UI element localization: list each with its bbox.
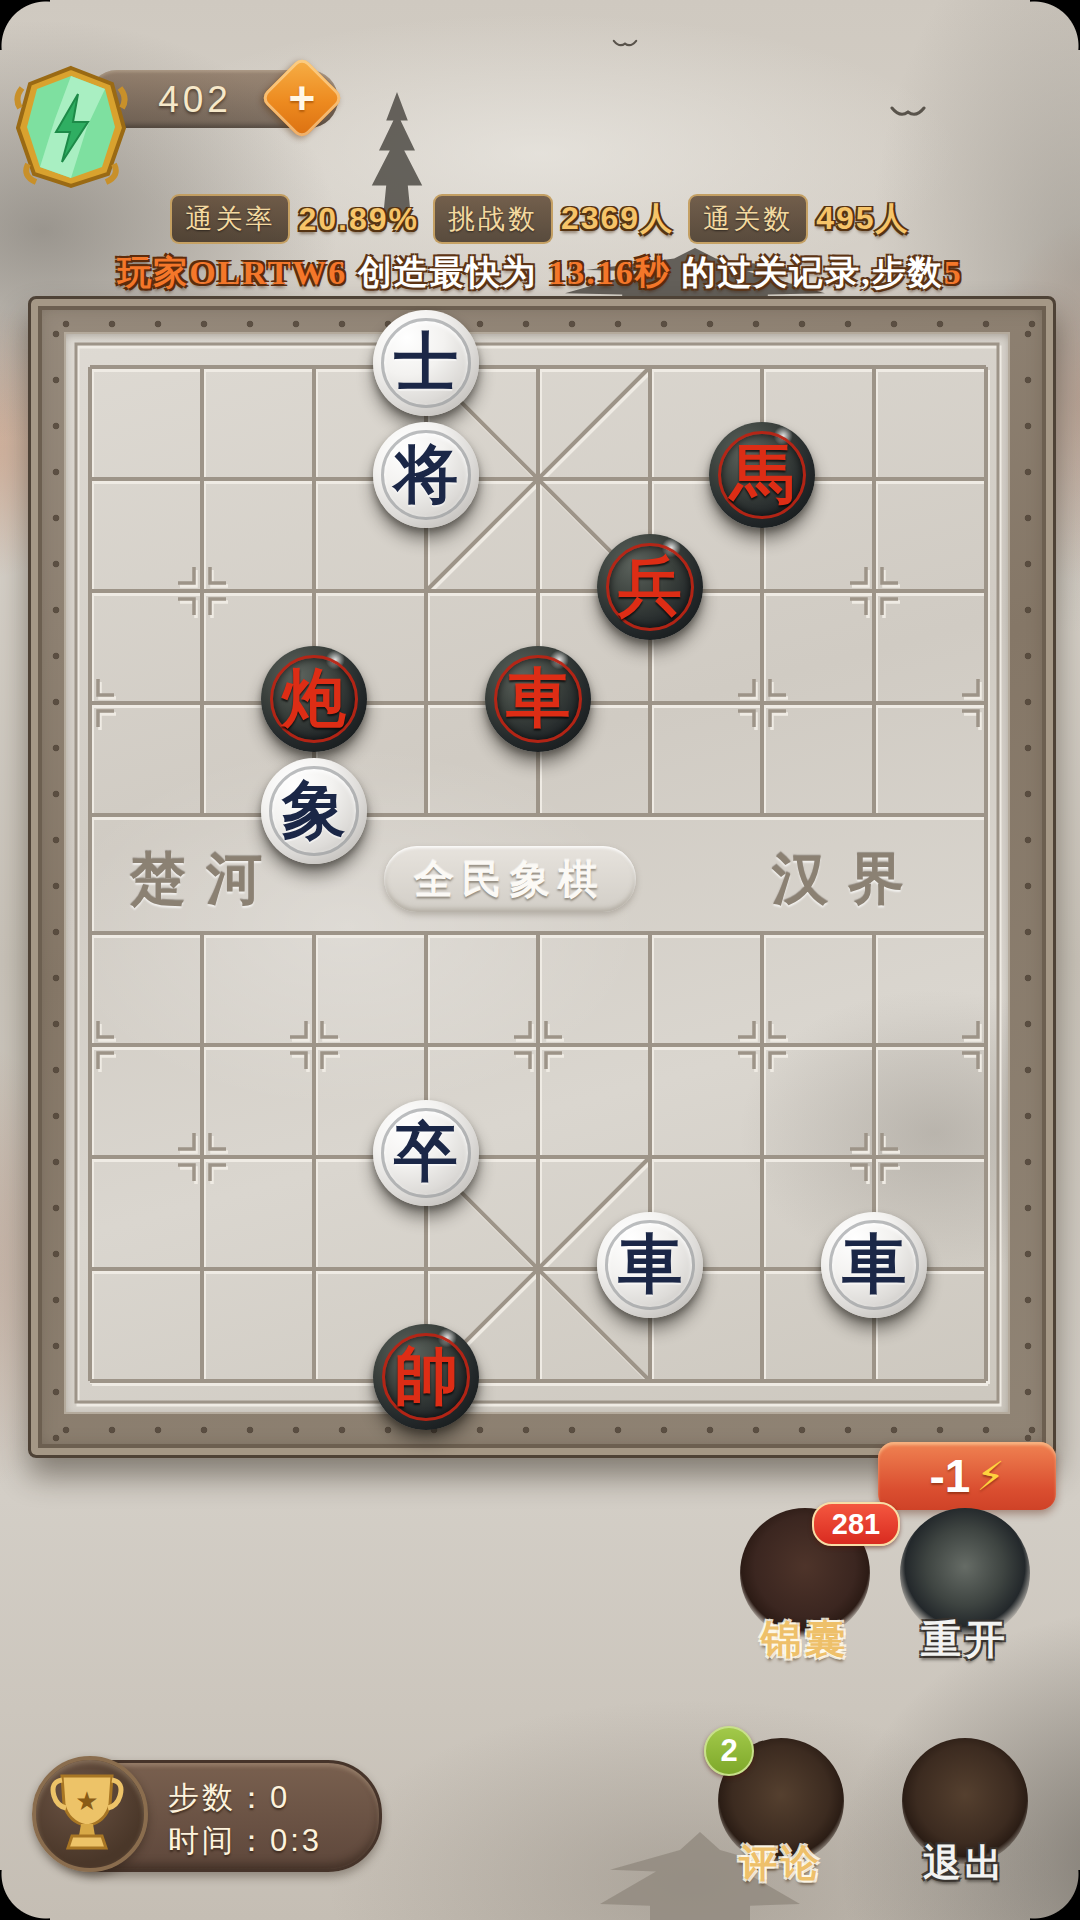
lightning-icon: ⚡ xyxy=(976,1453,1004,1499)
piece-character: 馬 xyxy=(730,443,794,507)
stat-group-0: 通关率20.89% xyxy=(170,194,419,244)
time-label: 时间： xyxy=(168,1823,270,1858)
river-label-left: 楚河 xyxy=(130,842,282,918)
stat-label: 通关率 xyxy=(170,194,290,244)
record-segment: 5 xyxy=(944,254,963,291)
comment-button-label: 评论 xyxy=(688,1838,874,1889)
time-value: 0:3 xyxy=(270,1823,322,1858)
record-segment: 的过关记录,步数 xyxy=(671,254,944,291)
piece-character: 車 xyxy=(618,1233,682,1297)
piece-character: 車 xyxy=(506,667,570,731)
stat-value: 2369人 xyxy=(561,197,674,241)
hint-count-badge: 281 xyxy=(812,1502,900,1546)
piece-士-file4-rank1[interactable]: 士 xyxy=(373,310,479,416)
piece-character: 車 xyxy=(842,1233,906,1297)
piece-character: 士 xyxy=(394,331,458,395)
piece-炮-file3-rank4[interactable]: 炮 xyxy=(261,646,367,752)
screen-corner xyxy=(0,0,50,50)
add-energy-button[interactable]: + xyxy=(260,56,345,141)
restart-cost-tooltip: -1 ⚡ xyxy=(878,1442,1056,1510)
screen-corner xyxy=(1030,0,1080,50)
piece-character: 兵 xyxy=(618,555,682,619)
steps-line: 步数：0 xyxy=(168,1777,290,1819)
comment-count-badge: 2 xyxy=(704,1726,754,1776)
energy-count: 402 xyxy=(120,79,270,121)
svg-text:★: ★ xyxy=(75,1786,98,1816)
comment-button[interactable]: 评论 2 xyxy=(718,1738,844,1864)
time-line: 时间：0:3 xyxy=(168,1820,322,1862)
frame-scroll-pattern-right xyxy=(1013,311,1043,1443)
stat-group-2: 通关数495人 xyxy=(688,194,909,244)
piece-帥-file4-rank10[interactable]: 帥 xyxy=(373,1324,479,1430)
piece-character: 将 xyxy=(394,443,458,507)
steps-label: 步数： xyxy=(168,1780,270,1815)
stats-row: 通关率20.89%挑战数2369人通关数495人 xyxy=(0,194,1080,244)
record-segment: 玩家OLRTW6 xyxy=(117,254,347,291)
piece-車-file8-rank9[interactable]: 車 xyxy=(821,1212,927,1318)
stat-value: 495人 xyxy=(816,197,909,241)
trophy-icon: ★ xyxy=(48,1770,126,1852)
stat-value: 20.89% xyxy=(298,201,419,238)
stat-label: 通关数 xyxy=(688,194,808,244)
bird-icon xyxy=(612,38,638,52)
bird-icon xyxy=(890,104,926,124)
exit-button[interactable]: 退出 xyxy=(902,1738,1028,1864)
piece-卒-file4-rank8[interactable]: 卒 xyxy=(373,1100,479,1206)
game-title-text: 全民象棋 xyxy=(414,852,606,907)
piece-character: 帥 xyxy=(394,1345,458,1409)
river-label-right: 汉界 xyxy=(772,842,924,918)
restart-cost-value: -1 xyxy=(930,1449,971,1503)
record-segment: 13.16秒 xyxy=(548,254,671,291)
frame-scroll-pattern-bottom xyxy=(43,1415,1041,1445)
game-screen: { "hud": { "energy": { "value": "402", "… xyxy=(0,0,1080,1920)
record-banner: 玩家OLRTW6 创造最快为 13.16秒 的过关记录,步数5 xyxy=(0,250,1080,296)
screen-corner xyxy=(0,1870,50,1920)
game-title-badge: 全民象棋 xyxy=(384,846,636,912)
energy-lightning-gem-icon xyxy=(12,64,130,190)
piece-馬-file7-rank2[interactable]: 馬 xyxy=(709,422,815,528)
piece-象-file3-rank5[interactable]: 象 xyxy=(261,758,367,864)
piece-character: 炮 xyxy=(282,667,346,731)
restart-button-label: 重开 xyxy=(870,1612,1060,1667)
piece-車-file6-rank9[interactable]: 車 xyxy=(597,1212,703,1318)
piece-character: 象 xyxy=(282,779,346,843)
stat-group-1: 挑战数2369人 xyxy=(433,194,674,244)
stat-label: 挑战数 xyxy=(433,194,553,244)
piece-character: 卒 xyxy=(394,1121,458,1185)
exit-button-label: 退出 xyxy=(872,1838,1058,1889)
hint-bag-button[interactable]: 锦囊 281 xyxy=(740,1508,870,1638)
piece-将-file4-rank2[interactable]: 将 xyxy=(373,422,479,528)
steps-value: 0 xyxy=(270,1780,290,1815)
record-segment: 创造最快为 xyxy=(347,254,548,291)
restart-button[interactable]: 重开 xyxy=(900,1508,1030,1638)
piece-車-file5-rank4[interactable]: 車 xyxy=(485,646,591,752)
piece-兵-file6-rank3[interactable]: 兵 xyxy=(597,534,703,640)
